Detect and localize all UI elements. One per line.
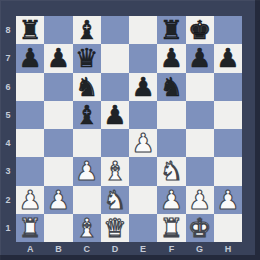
- black-pawn: ♟: [188, 44, 211, 72]
- square-f8[interactable]: ♜: [157, 16, 185, 44]
- square-g4[interactable]: [186, 129, 214, 157]
- white-rook: ♜: [160, 214, 183, 242]
- black-queen: ♛: [75, 44, 98, 72]
- square-h8[interactable]: [214, 16, 242, 44]
- square-d5[interactable]: ♟: [101, 101, 129, 129]
- square-d8[interactable]: [101, 16, 129, 44]
- square-b2[interactable]: ♟: [44, 186, 72, 214]
- rank-label-4: 4: [0, 129, 16, 157]
- square-f2[interactable]: ♟: [157, 186, 185, 214]
- square-a5[interactable]: [16, 101, 44, 129]
- black-knight: ♞: [160, 73, 183, 101]
- square-h6[interactable]: [214, 73, 242, 101]
- square-g8[interactable]: ♚: [186, 16, 214, 44]
- white-knight: ♞: [160, 157, 183, 185]
- square-c1[interactable]: ♝: [73, 214, 101, 242]
- square-g2[interactable]: ♟: [186, 186, 214, 214]
- black-pawn: ♟: [160, 44, 183, 72]
- square-g5[interactable]: [186, 101, 214, 129]
- black-rook: ♜: [160, 16, 183, 44]
- black-bishop: ♝: [75, 101, 98, 129]
- square-b3[interactable]: [44, 157, 72, 185]
- file-label-b: B: [44, 242, 72, 256]
- white-bishop: ♝: [75, 214, 98, 242]
- rank-label-2: 2: [0, 186, 16, 214]
- rank-label-8: 8: [0, 16, 16, 44]
- black-pawn: ♟: [47, 44, 70, 72]
- chessboard: ♜♝♜♚♟♟♛♟♟♟♞♟♞♝♟♟♟♝♞♟♟♞♟♟♟♜♝♛♜♚: [16, 16, 242, 242]
- white-pawn: ♟: [160, 186, 183, 214]
- square-g3[interactable]: [186, 157, 214, 185]
- file-label-h: H: [214, 242, 242, 256]
- white-bishop: ♝: [103, 157, 126, 185]
- square-g1[interactable]: ♚: [186, 214, 214, 242]
- square-a7[interactable]: ♟: [16, 44, 44, 72]
- white-rook: ♜: [18, 214, 41, 242]
- square-b4[interactable]: [44, 129, 72, 157]
- rank-labels: 87654321: [0, 16, 16, 242]
- square-b6[interactable]: [44, 73, 72, 101]
- square-d4[interactable]: [101, 129, 129, 157]
- file-label-e: E: [129, 242, 157, 256]
- square-c8[interactable]: ♝: [73, 16, 101, 44]
- square-a6[interactable]: [16, 73, 44, 101]
- square-a1[interactable]: ♜: [16, 214, 44, 242]
- black-king: ♚: [188, 16, 211, 44]
- white-king: ♚: [188, 214, 211, 242]
- square-f6[interactable]: ♞: [157, 73, 185, 101]
- black-bishop: ♝: [75, 16, 98, 44]
- white-pawn: ♟: [216, 186, 239, 214]
- square-b7[interactable]: ♟: [44, 44, 72, 72]
- square-h7[interactable]: ♟: [214, 44, 242, 72]
- square-a3[interactable]: [16, 157, 44, 185]
- square-d1[interactable]: ♛: [101, 214, 129, 242]
- file-label-d: D: [101, 242, 129, 256]
- square-d2[interactable]: ♞: [101, 186, 129, 214]
- file-labels: ABCDEFGH: [16, 242, 242, 256]
- file-label-f: F: [157, 242, 185, 256]
- square-c4[interactable]: [73, 129, 101, 157]
- square-h5[interactable]: [214, 101, 242, 129]
- square-g7[interactable]: ♟: [186, 44, 214, 72]
- square-h4[interactable]: [214, 129, 242, 157]
- black-knight: ♞: [75, 73, 98, 101]
- rank-label-5: 5: [0, 101, 16, 129]
- black-rook: ♜: [18, 16, 41, 44]
- square-f1[interactable]: ♜: [157, 214, 185, 242]
- black-pawn: ♟: [18, 44, 41, 72]
- rank-label-6: 6: [0, 73, 16, 101]
- black-pawn: ♟: [216, 44, 239, 72]
- black-pawn: ♟: [131, 73, 154, 101]
- square-c2[interactable]: [73, 186, 101, 214]
- square-d7[interactable]: [101, 44, 129, 72]
- white-queen: ♛: [103, 214, 126, 242]
- square-c3[interactable]: ♟: [73, 157, 101, 185]
- square-f4[interactable]: [157, 129, 185, 157]
- square-e3[interactable]: [129, 157, 157, 185]
- square-e5[interactable]: [129, 101, 157, 129]
- square-f3[interactable]: ♞: [157, 157, 185, 185]
- square-b8[interactable]: [44, 16, 72, 44]
- rank-label-7: 7: [0, 44, 16, 72]
- square-e4[interactable]: ♟: [129, 129, 157, 157]
- white-pawn: ♟: [47, 186, 70, 214]
- square-h3[interactable]: [214, 157, 242, 185]
- square-f7[interactable]: ♟: [157, 44, 185, 72]
- square-a2[interactable]: ♟: [16, 186, 44, 214]
- rank-label-1: 1: [0, 214, 16, 242]
- square-c5[interactable]: ♝: [73, 101, 101, 129]
- square-g6[interactable]: [186, 73, 214, 101]
- square-e2[interactable]: [129, 186, 157, 214]
- file-label-a: A: [16, 242, 44, 256]
- square-e1[interactable]: [129, 214, 157, 242]
- white-pawn: ♟: [75, 157, 98, 185]
- square-c6[interactable]: ♞: [73, 73, 101, 101]
- rank-label-3: 3: [0, 157, 16, 185]
- square-a8[interactable]: ♜: [16, 16, 44, 44]
- square-h1[interactable]: [214, 214, 242, 242]
- square-b1[interactable]: [44, 214, 72, 242]
- white-pawn: ♟: [18, 186, 41, 214]
- chessboard-widget: 87654321 ABCDEFGH ♜♝♜♚♟♟♛♟♟♟♞♟♞♝♟♟♟♝♞♟♟♞…: [0, 0, 260, 260]
- square-d6[interactable]: [101, 73, 129, 101]
- file-label-c: C: [73, 242, 101, 256]
- file-label-g: G: [186, 242, 214, 256]
- white-pawn: ♟: [188, 186, 211, 214]
- square-b5[interactable]: [44, 101, 72, 129]
- square-d3[interactable]: ♝: [101, 157, 129, 185]
- square-e6[interactable]: ♟: [129, 73, 157, 101]
- white-pawn: ♟: [131, 129, 154, 157]
- square-f5[interactable]: [157, 101, 185, 129]
- square-e7[interactable]: [129, 44, 157, 72]
- square-c7[interactable]: ♛: [73, 44, 101, 72]
- square-h2[interactable]: ♟: [214, 186, 242, 214]
- square-a4[interactable]: [16, 129, 44, 157]
- white-knight: ♞: [103, 186, 126, 214]
- square-e8[interactable]: [129, 16, 157, 44]
- black-pawn: ♟: [103, 101, 126, 129]
